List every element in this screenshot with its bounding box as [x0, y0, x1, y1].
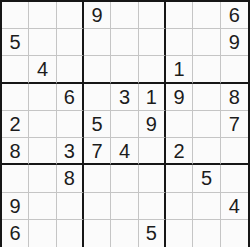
cell-r2c4[interactable] — [84, 29, 111, 56]
cell-r1c4[interactable]: 9 — [84, 2, 111, 29]
cell-r7c7[interactable] — [166, 165, 193, 192]
cell-r4c7[interactable]: 9 — [166, 84, 193, 111]
cell-r9c9[interactable] — [221, 220, 248, 247]
cell-r8c3[interactable] — [57, 193, 84, 220]
cell-r9c7[interactable] — [166, 220, 193, 247]
cell-r5c1[interactable]: 2 — [2, 111, 29, 138]
cell-r7c1[interactable] — [2, 165, 29, 192]
cell-r9c5[interactable] — [111, 220, 138, 247]
cell-r5c9[interactable]: 7 — [221, 111, 248, 138]
cell-r7c9[interactable] — [221, 165, 248, 192]
cell-r7c2[interactable] — [29, 165, 56, 192]
cell-r2c2[interactable] — [29, 29, 56, 56]
cell-r8c1[interactable]: 9 — [2, 193, 29, 220]
cell-r3c4[interactable] — [84, 56, 111, 83]
cell-r4c3[interactable]: 6 — [57, 84, 84, 111]
cell-r6c5[interactable]: 4 — [111, 138, 138, 165]
cell-r4c6[interactable]: 1 — [139, 84, 166, 111]
cell-r3c5[interactable] — [111, 56, 138, 83]
cell-r4c2[interactable] — [29, 84, 56, 111]
cell-r3c7[interactable]: 1 — [166, 56, 193, 83]
cell-r6c7[interactable]: 2 — [166, 138, 193, 165]
cell-r4c9[interactable]: 8 — [221, 84, 248, 111]
cell-r2c7[interactable] — [166, 29, 193, 56]
cell-r6c8[interactable] — [193, 138, 220, 165]
cell-r4c5[interactable]: 3 — [111, 84, 138, 111]
cell-r6c2[interactable] — [29, 138, 56, 165]
cell-r5c2[interactable] — [29, 111, 56, 138]
cell-r9c1[interactable]: 6 — [2, 220, 29, 247]
cell-r7c6[interactable] — [139, 165, 166, 192]
cell-r5c7[interactable] — [166, 111, 193, 138]
cell-r6c9[interactable] — [221, 138, 248, 165]
cell-r8c4[interactable] — [84, 193, 111, 220]
cell-r8c9[interactable]: 4 — [221, 193, 248, 220]
cell-r8c6[interactable] — [139, 193, 166, 220]
cell-r6c6[interactable] — [139, 138, 166, 165]
cell-r1c6[interactable] — [139, 2, 166, 29]
cell-r1c9[interactable]: 6 — [221, 2, 248, 29]
cell-r1c2[interactable] — [29, 2, 56, 29]
cell-r8c5[interactable] — [111, 193, 138, 220]
sudoku-board-wrapper: 96594163198259783742859465 — [0, 0, 250, 247]
cell-r3c1[interactable] — [2, 56, 29, 83]
cell-r2c6[interactable] — [139, 29, 166, 56]
cell-r5c3[interactable] — [57, 111, 84, 138]
cell-r9c6[interactable]: 5 — [139, 220, 166, 247]
cell-r1c1[interactable] — [2, 2, 29, 29]
cell-r6c3[interactable]: 3 — [57, 138, 84, 165]
cell-r9c8[interactable] — [193, 220, 220, 247]
cell-r7c3[interactable]: 8 — [57, 165, 84, 192]
cell-r5c5[interactable] — [111, 111, 138, 138]
cell-r8c7[interactable] — [166, 193, 193, 220]
cell-r5c6[interactable]: 9 — [139, 111, 166, 138]
cell-r1c5[interactable] — [111, 2, 138, 29]
cell-r2c1[interactable]: 5 — [2, 29, 29, 56]
cell-r3c9[interactable] — [221, 56, 248, 83]
cell-r4c8[interactable] — [193, 84, 220, 111]
cell-r4c4[interactable] — [84, 84, 111, 111]
cell-r2c9[interactable]: 9 — [221, 29, 248, 56]
cell-r7c5[interactable] — [111, 165, 138, 192]
cell-r3c6[interactable] — [139, 56, 166, 83]
cell-r8c8[interactable] — [193, 193, 220, 220]
cell-r2c8[interactable] — [193, 29, 220, 56]
cell-r9c4[interactable] — [84, 220, 111, 247]
sudoku-board: 96594163198259783742859465 — [0, 0, 250, 247]
cell-r1c7[interactable] — [166, 2, 193, 29]
cell-r7c4[interactable] — [84, 165, 111, 192]
cell-r1c3[interactable] — [57, 2, 84, 29]
cell-r6c4[interactable]: 7 — [84, 138, 111, 165]
cell-r9c3[interactable] — [57, 220, 84, 247]
cell-r5c8[interactable] — [193, 111, 220, 138]
cell-r3c2[interactable]: 4 — [29, 56, 56, 83]
cell-r2c3[interactable] — [57, 29, 84, 56]
cell-r6c1[interactable]: 8 — [2, 138, 29, 165]
cell-r5c4[interactable]: 5 — [84, 111, 111, 138]
cell-r3c8[interactable] — [193, 56, 220, 83]
cell-r2c5[interactable] — [111, 29, 138, 56]
cell-r9c2[interactable] — [29, 220, 56, 247]
cell-r8c2[interactable] — [29, 193, 56, 220]
cell-r7c8[interactable]: 5 — [193, 165, 220, 192]
cell-r4c1[interactable] — [2, 84, 29, 111]
cell-r1c8[interactable] — [193, 2, 220, 29]
cell-r3c3[interactable] — [57, 56, 84, 83]
